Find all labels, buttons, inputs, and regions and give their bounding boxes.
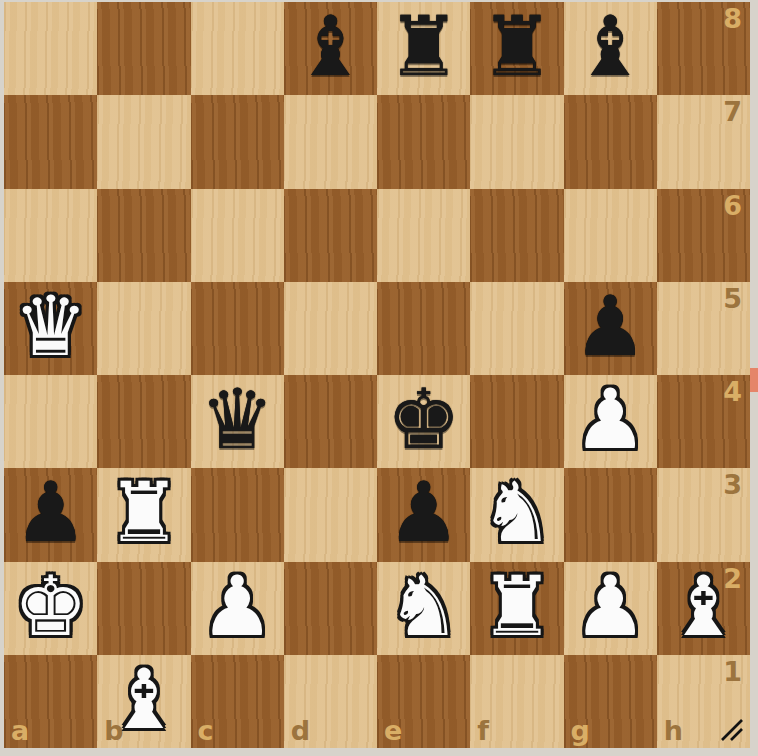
square-h8[interactable]: 8	[657, 2, 750, 95]
square-b8[interactable]	[97, 2, 190, 95]
square-g6[interactable]	[564, 189, 657, 282]
piece-white-rook[interactable]: ♜	[470, 562, 563, 655]
square-b2[interactable]	[97, 562, 190, 655]
square-e4[interactable]: ♚	[377, 375, 470, 468]
square-g4[interactable]: ♟	[564, 375, 657, 468]
square-c7[interactable]	[191, 95, 284, 188]
piece-black-pawn[interactable]: ♟	[4, 468, 97, 561]
square-h3[interactable]: 3	[657, 468, 750, 561]
square-d7[interactable]	[284, 95, 377, 188]
square-f2[interactable]: ♜	[470, 562, 563, 655]
rank-label-3: 3	[723, 470, 742, 500]
chess-app-window: ♝♜♜♝876♛♟5♛♚♟4♟♜♟♞3♚♟♞♜♟2♝ab♝cdefgh1	[0, 0, 758, 756]
square-b4[interactable]	[97, 375, 190, 468]
file-label-h: h	[664, 716, 683, 746]
square-a2[interactable]: ♚	[4, 562, 97, 655]
square-g2[interactable]: ♟	[564, 562, 657, 655]
piece-black-queen[interactable]: ♛	[191, 375, 284, 468]
square-f6[interactable]	[470, 189, 563, 282]
square-h4[interactable]: 4	[657, 375, 750, 468]
file-label-c: c	[198, 716, 214, 746]
piece-white-bishop[interactable]: ♝	[657, 562, 750, 655]
square-f5[interactable]	[470, 282, 563, 375]
piece-white-pawn[interactable]: ♟	[191, 562, 284, 655]
square-g5[interactable]: ♟	[564, 282, 657, 375]
square-f1[interactable]: f	[470, 655, 563, 748]
square-h6[interactable]: 6	[657, 189, 750, 282]
square-b7[interactable]	[97, 95, 190, 188]
square-g8[interactable]: ♝	[564, 2, 657, 95]
file-label-g: g	[571, 716, 590, 746]
piece-black-pawn[interactable]: ♟	[564, 282, 657, 375]
square-d2[interactable]	[284, 562, 377, 655]
resize-handle-icon[interactable]	[719, 717, 745, 743]
square-b5[interactable]	[97, 282, 190, 375]
piece-white-bishop[interactable]: ♝	[97, 655, 190, 748]
square-b6[interactable]	[97, 189, 190, 282]
piece-white-knight[interactable]: ♞	[470, 468, 563, 561]
square-c5[interactable]	[191, 282, 284, 375]
scrollbar-thumb[interactable]	[750, 368, 758, 392]
piece-black-bishop[interactable]: ♝	[284, 2, 377, 95]
square-f7[interactable]	[470, 95, 563, 188]
square-h2[interactable]: 2♝	[657, 562, 750, 655]
square-e7[interactable]	[377, 95, 470, 188]
square-g7[interactable]	[564, 95, 657, 188]
square-e2[interactable]: ♞	[377, 562, 470, 655]
square-b3[interactable]: ♜	[97, 468, 190, 561]
piece-black-pawn[interactable]: ♟	[377, 468, 470, 561]
file-label-f: f	[477, 716, 489, 746]
square-d6[interactable]	[284, 189, 377, 282]
file-label-e: e	[384, 716, 402, 746]
square-a1[interactable]: a	[4, 655, 97, 748]
square-c4[interactable]: ♛	[191, 375, 284, 468]
square-d3[interactable]	[284, 468, 377, 561]
square-a4[interactable]	[4, 375, 97, 468]
square-d1[interactable]: d	[284, 655, 377, 748]
piece-white-pawn[interactable]: ♟	[564, 562, 657, 655]
rank-label-6: 6	[723, 191, 742, 221]
square-e1[interactable]: e	[377, 655, 470, 748]
rank-label-1: 1	[723, 657, 742, 687]
square-c6[interactable]	[191, 189, 284, 282]
square-c3[interactable]	[191, 468, 284, 561]
square-c2[interactable]: ♟	[191, 562, 284, 655]
piece-white-pawn[interactable]: ♟	[564, 375, 657, 468]
rank-label-5: 5	[723, 284, 742, 314]
square-d8[interactable]: ♝	[284, 2, 377, 95]
piece-black-rook[interactable]: ♜	[377, 2, 470, 95]
piece-black-bishop[interactable]: ♝	[564, 2, 657, 95]
file-label-a: a	[11, 716, 29, 746]
square-e3[interactable]: ♟	[377, 468, 470, 561]
square-e8[interactable]: ♜	[377, 2, 470, 95]
chess-board: ♝♜♜♝876♛♟5♛♚♟4♟♜♟♞3♚♟♞♜♟2♝ab♝cdefgh1	[4, 2, 750, 748]
square-b1[interactable]: b♝	[97, 655, 190, 748]
piece-white-rook[interactable]: ♜	[97, 468, 190, 561]
square-f8[interactable]: ♜	[470, 2, 563, 95]
square-a3[interactable]: ♟	[4, 468, 97, 561]
square-g1[interactable]: g	[564, 655, 657, 748]
square-f4[interactable]	[470, 375, 563, 468]
square-h7[interactable]: 7	[657, 95, 750, 188]
square-c8[interactable]	[191, 2, 284, 95]
piece-white-knight[interactable]: ♞	[377, 562, 470, 655]
file-label-d: d	[291, 716, 310, 746]
square-f3[interactable]: ♞	[470, 468, 563, 561]
square-a8[interactable]	[4, 2, 97, 95]
piece-white-king[interactable]: ♚	[4, 562, 97, 655]
piece-black-rook[interactable]: ♜	[470, 2, 563, 95]
square-a5[interactable]: ♛	[4, 282, 97, 375]
piece-black-king[interactable]: ♚	[377, 375, 470, 468]
square-a6[interactable]	[4, 189, 97, 282]
square-d5[interactable]	[284, 282, 377, 375]
square-d4[interactable]	[284, 375, 377, 468]
square-h5[interactable]: 5	[657, 282, 750, 375]
square-c1[interactable]: c	[191, 655, 284, 748]
square-e6[interactable]	[377, 189, 470, 282]
square-e5[interactable]	[377, 282, 470, 375]
rank-label-4: 4	[723, 377, 742, 407]
square-a7[interactable]	[4, 95, 97, 188]
rank-label-7: 7	[723, 97, 742, 127]
piece-white-queen[interactable]: ♛	[4, 282, 97, 375]
rank-label-8: 8	[723, 4, 742, 34]
square-g3[interactable]	[564, 468, 657, 561]
